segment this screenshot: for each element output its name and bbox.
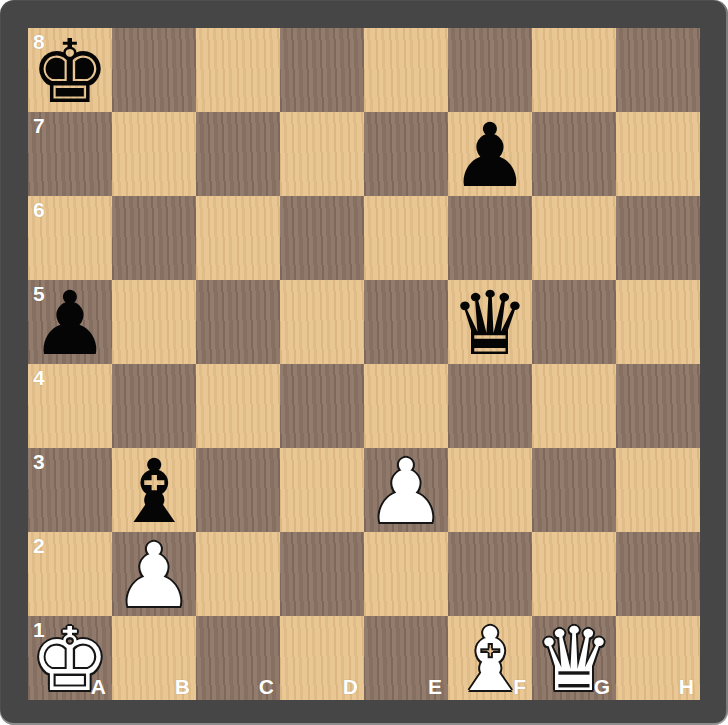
file-label-c: C: [259, 675, 274, 699]
square-d6[interactable]: [280, 196, 364, 280]
square-d5[interactable]: [280, 280, 364, 364]
square-a1[interactable]: 1A♚: [28, 616, 112, 700]
square-a4[interactable]: 4: [28, 364, 112, 448]
square-f2[interactable]: [448, 532, 532, 616]
square-a5[interactable]: 5♟: [28, 280, 112, 364]
square-b3[interactable]: ♝: [112, 448, 196, 532]
square-g6[interactable]: [532, 196, 616, 280]
square-g7[interactable]: [532, 112, 616, 196]
square-d3[interactable]: [280, 448, 364, 532]
square-e2[interactable]: [364, 532, 448, 616]
square-b5[interactable]: [112, 280, 196, 364]
square-b8[interactable]: [112, 28, 196, 112]
square-b7[interactable]: [112, 112, 196, 196]
square-e1[interactable]: E: [364, 616, 448, 700]
square-c4[interactable]: [196, 364, 280, 448]
square-g1[interactable]: G♛: [532, 616, 616, 700]
square-c8[interactable]: [196, 28, 280, 112]
square-c5[interactable]: [196, 280, 280, 364]
rank-label-5: 5: [33, 282, 45, 306]
square-c6[interactable]: [196, 196, 280, 280]
square-f8[interactable]: [448, 28, 532, 112]
square-d8[interactable]: [280, 28, 364, 112]
square-a8[interactable]: 8♚: [28, 28, 112, 112]
file-label-a: A: [91, 675, 106, 699]
square-f5[interactable]: ♛: [448, 280, 532, 364]
piece-white-pawn-e3[interactable]: ♟: [367, 450, 446, 534]
square-h2[interactable]: [616, 532, 700, 616]
square-h8[interactable]: [616, 28, 700, 112]
square-g3[interactable]: [532, 448, 616, 532]
rank-label-2: 2: [33, 534, 45, 558]
square-f6[interactable]: [448, 196, 532, 280]
square-g5[interactable]: [532, 280, 616, 364]
square-c3[interactable]: [196, 448, 280, 532]
board-frame: 8♚7♟65♟♛43♝♟2♟1A♚BCDEF♝G♛H: [0, 0, 728, 725]
rank-label-7: 7: [33, 114, 45, 138]
square-f7[interactable]: ♟: [448, 112, 532, 196]
square-a2[interactable]: 2: [28, 532, 112, 616]
square-h6[interactable]: [616, 196, 700, 280]
square-b4[interactable]: [112, 364, 196, 448]
square-e7[interactable]: [364, 112, 448, 196]
square-e3[interactable]: ♟: [364, 448, 448, 532]
square-e4[interactable]: [364, 364, 448, 448]
rank-label-6: 6: [33, 198, 45, 222]
chess-board: 8♚7♟65♟♛43♝♟2♟1A♚BCDEF♝G♛H: [28, 28, 700, 700]
square-g2[interactable]: [532, 532, 616, 616]
square-e8[interactable]: [364, 28, 448, 112]
square-a6[interactable]: 6: [28, 196, 112, 280]
square-d4[interactable]: [280, 364, 364, 448]
file-label-d: D: [343, 675, 358, 699]
square-h7[interactable]: [616, 112, 700, 196]
rank-label-8: 8: [33, 30, 45, 54]
square-e5[interactable]: [364, 280, 448, 364]
square-h4[interactable]: [616, 364, 700, 448]
rank-label-1: 1: [33, 618, 45, 642]
rank-label-4: 4: [33, 366, 45, 390]
square-h3[interactable]: [616, 448, 700, 532]
piece-black-queen-f5[interactable]: ♛: [451, 282, 530, 366]
square-h1[interactable]: H: [616, 616, 700, 700]
square-g8[interactable]: [532, 28, 616, 112]
square-f1[interactable]: F♝: [448, 616, 532, 700]
piece-black-bishop-b3[interactable]: ♝: [115, 450, 194, 534]
square-b1[interactable]: B: [112, 616, 196, 700]
square-c1[interactable]: C: [196, 616, 280, 700]
file-label-b: B: [175, 675, 190, 699]
square-d1[interactable]: D: [280, 616, 364, 700]
square-f4[interactable]: [448, 364, 532, 448]
square-a7[interactable]: 7: [28, 112, 112, 196]
square-c2[interactable]: [196, 532, 280, 616]
rank-label-3: 3: [33, 450, 45, 474]
square-f3[interactable]: [448, 448, 532, 532]
square-h5[interactable]: [616, 280, 700, 364]
file-label-g: G: [594, 675, 610, 699]
file-label-h: H: [679, 675, 694, 699]
square-e6[interactable]: [364, 196, 448, 280]
piece-black-pawn-f7[interactable]: ♟: [451, 114, 530, 198]
square-d7[interactable]: [280, 112, 364, 196]
square-a3[interactable]: 3: [28, 448, 112, 532]
square-d2[interactable]: [280, 532, 364, 616]
file-label-f: F: [513, 675, 526, 699]
square-b6[interactable]: [112, 196, 196, 280]
piece-white-pawn-b2[interactable]: ♟: [115, 534, 194, 618]
file-label-e: E: [428, 675, 442, 699]
square-c7[interactable]: [196, 112, 280, 196]
square-b2[interactable]: ♟: [112, 532, 196, 616]
square-g4[interactable]: [532, 364, 616, 448]
